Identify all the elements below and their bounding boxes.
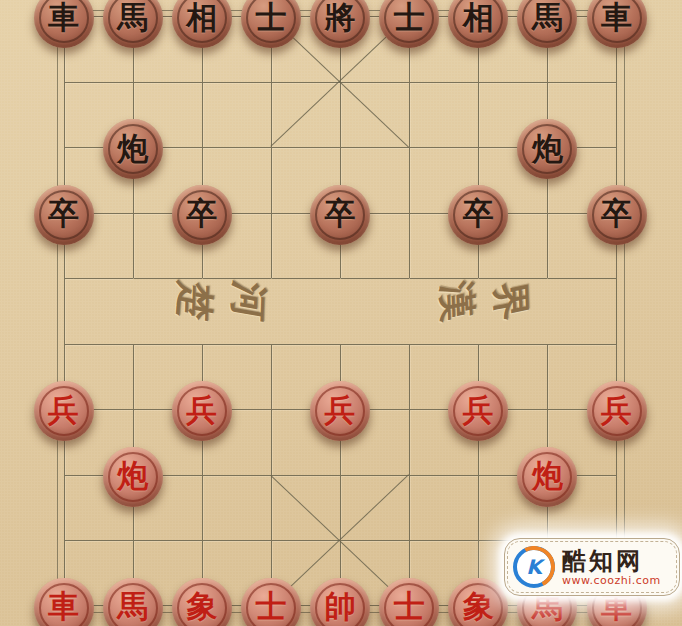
piece-red-兵[interactable]: 兵 [34,381,94,441]
piece-red-炮[interactable]: 炮 [517,447,577,507]
piece-glyph: 炮 [532,460,563,491]
piece-red-炮[interactable]: 炮 [103,447,163,507]
piece-glyph: 炮 [117,133,148,164]
piece-glyph: 炮 [117,460,148,491]
piece-glyph: 兵 [325,395,356,426]
river-character: 漢 [437,278,476,324]
piece-glyph: 馬 [532,2,563,33]
piece-glyph: 兵 [48,395,79,426]
piece-dark-炮[interactable]: 炮 [103,119,163,179]
piece-dark-卒[interactable]: 卒 [310,185,370,245]
watermark-text: 酷知网 www.coozhi.com [562,549,661,586]
river-label-chu: 楚河 [176,282,268,320]
board-cell [202,82,271,148]
board-cell [409,82,478,148]
piece-glyph: 炮 [532,133,563,164]
piece-glyph: 馬 [117,2,148,33]
board-cell [271,82,340,148]
piece-red-兵[interactable]: 兵 [448,381,508,441]
piece-glyph: 卒 [186,198,217,229]
piece-glyph: 士 [255,2,286,33]
piece-dark-卒[interactable]: 卒 [448,185,508,245]
coozhi-logo-icon: K [513,546,555,588]
piece-glyph: 卒 [325,198,356,229]
piece-glyph: 車 [48,591,79,622]
river-character: 界 [491,278,530,324]
piece-glyph: 士 [394,2,425,33]
piece-dark-卒[interactable]: 卒 [587,185,647,245]
piece-red-兵[interactable]: 兵 [172,381,232,441]
watermark-url: www.coozhi.com [562,575,661,586]
piece-glyph: 馬 [117,591,148,622]
piece-glyph: 兵 [463,395,494,426]
watermark-stamp: K 酷知网 www.coozhi.com [504,538,680,596]
river-character: 河 [229,279,268,324]
river-character: 楚 [175,279,214,324]
board-cell [271,278,340,344]
board-cell [202,475,271,541]
piece-glyph: 象 [186,591,217,622]
piece-dark-炮[interactable]: 炮 [517,119,577,179]
board-cell [64,278,133,344]
piece-glyph: 車 [601,2,632,33]
piece-glyph: 兵 [186,395,217,426]
piece-glyph: 士 [394,591,425,622]
piece-glyph: 象 [463,591,494,622]
piece-glyph: 卒 [48,198,79,229]
piece-glyph: 卒 [601,198,632,229]
xiangqi-screenshot: 楚河 漢界 車馬相士將士相馬車炮炮卒卒卒卒卒兵兵兵兵兵炮炮車馬象士帥士象馬車 K… [0,0,682,626]
board-cell [340,278,409,344]
piece-red-兵[interactable]: 兵 [310,381,370,441]
piece-dark-卒[interactable]: 卒 [34,185,94,245]
board-cell [547,278,616,344]
piece-glyph: 帥 [325,591,356,622]
piece-glyph: 將 [325,2,356,33]
piece-glyph: 車 [48,2,79,33]
logo-letter: K [526,557,542,577]
piece-glyph: 相 [186,2,217,33]
piece-glyph: 士 [255,591,286,622]
piece-red-兵[interactable]: 兵 [587,381,647,441]
piece-glyph: 相 [463,2,494,33]
board-cell [409,475,478,541]
river-label-han: 漢界 [438,282,530,320]
piece-dark-卒[interactable]: 卒 [172,185,232,245]
piece-glyph: 兵 [601,395,632,426]
watermark-site-name: 酷知网 [562,549,643,573]
piece-glyph: 卒 [463,198,494,229]
